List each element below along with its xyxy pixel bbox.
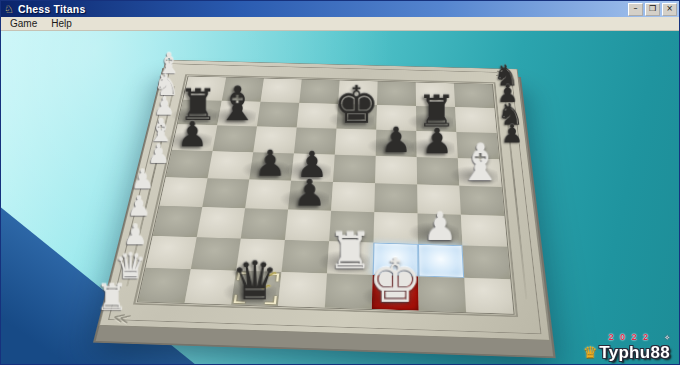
piece-black-queen[interactable]: ♛ bbox=[216, 257, 294, 305]
star-icon: ✧ bbox=[664, 334, 670, 341]
minimize-button[interactable]: – bbox=[628, 3, 643, 16]
game-viewport: ≫ ≪ ♜♝♚♜♟♟♟♟♟♝♟♟♜∽∽♛♚ ♝♞♟♝♟♟♟♟♛♜ ♞♟♞♟ 2 … bbox=[1, 31, 679, 365]
site-watermark: 2 0 2 2✧ ♛ Typhu88 bbox=[583, 327, 670, 361]
chess-titans-window: ♘ Chess Titans – ❒ × Game Help ≫ ≪ ♜♝♚♜♟… bbox=[0, 0, 680, 365]
square-f5[interactable] bbox=[375, 156, 417, 185]
window-controls: – ❒ × bbox=[628, 3, 677, 16]
watermark-brand: Typhu88 bbox=[599, 344, 670, 361]
captured-white-pawn: ♟ bbox=[108, 195, 170, 219]
square-g3[interactable]: ♟ bbox=[418, 213, 463, 245]
board-scene: ≫ ≪ ♜♝♚♜♟♟♟♟♟♝♟♟♜∽∽♛♚ ♝♞♟♝♟♟♟♟♛♜ ♞♟♞♟ bbox=[53, 31, 613, 365]
close-button[interactable]: × bbox=[662, 3, 677, 16]
chessboard: ≫ ≪ ♜♝♚♜♟♟♟♟♟♝♟♟♜∽∽♛♚ ♝♞♟♝♟♟♟♟♛♜ ♞♟♞♟ bbox=[99, 60, 551, 341]
captured-white-pawn: ♟ bbox=[104, 223, 168, 248]
crown-icon: ♛ bbox=[583, 345, 597, 361]
title-bar[interactable]: ♘ Chess Titans – ❒ × bbox=[1, 1, 679, 17]
captured-white-pawn: ♟ bbox=[112, 168, 172, 192]
square-h2[interactable] bbox=[463, 245, 511, 279]
square-d4[interactable]: ♟ bbox=[288, 181, 333, 211]
square-c3[interactable] bbox=[241, 208, 288, 240]
minimize-icon: – bbox=[634, 4, 638, 13]
square-b3[interactable] bbox=[197, 207, 245, 239]
piece-white-king[interactable]: ♚ bbox=[356, 255, 434, 309]
maximize-icon: ❒ bbox=[649, 4, 656, 13]
menu-game[interactable]: Game bbox=[3, 17, 44, 31]
square-b4[interactable] bbox=[202, 178, 249, 208]
square-f4[interactable] bbox=[374, 183, 417, 213]
square-h5[interactable]: ♝ bbox=[458, 158, 502, 187]
app-icon: ♘ bbox=[4, 4, 14, 15]
captured-white-rook: ♜ bbox=[78, 282, 145, 314]
window-title: Chess Titans bbox=[18, 3, 628, 15]
square-c1[interactable]: ∽∽♛ bbox=[231, 271, 281, 306]
menu-help[interactable]: Help bbox=[44, 17, 79, 31]
piece-white-pawn[interactable]: ♟ bbox=[403, 210, 477, 244]
square-h1[interactable] bbox=[464, 278, 513, 314]
piece-white-bishop[interactable]: ♝ bbox=[445, 141, 515, 186]
maximize-button[interactable]: ❒ bbox=[645, 3, 660, 16]
close-icon: × bbox=[666, 4, 673, 13]
watermark-year: 2 0 2 2 bbox=[609, 332, 651, 342]
board-frame: ≫ ≪ ♜♝♚♜♟♟♟♟♟♝♟♟♜∽∽♛♚ ♝♞♟♝♟♟♟♟♛♜ ♞♟♞♟ bbox=[99, 60, 551, 341]
board-grid: ♜♝♚♜♟♟♟♟♟♝♟♟♜∽∽♛♚ bbox=[138, 76, 513, 313]
piece-black-pawn[interactable]: ♟ bbox=[274, 177, 346, 210]
menu-bar: Game Help bbox=[1, 17, 679, 31]
square-f1[interactable]: ♚ bbox=[372, 275, 419, 311]
captured-white-pawn: ♟ bbox=[129, 143, 188, 166]
